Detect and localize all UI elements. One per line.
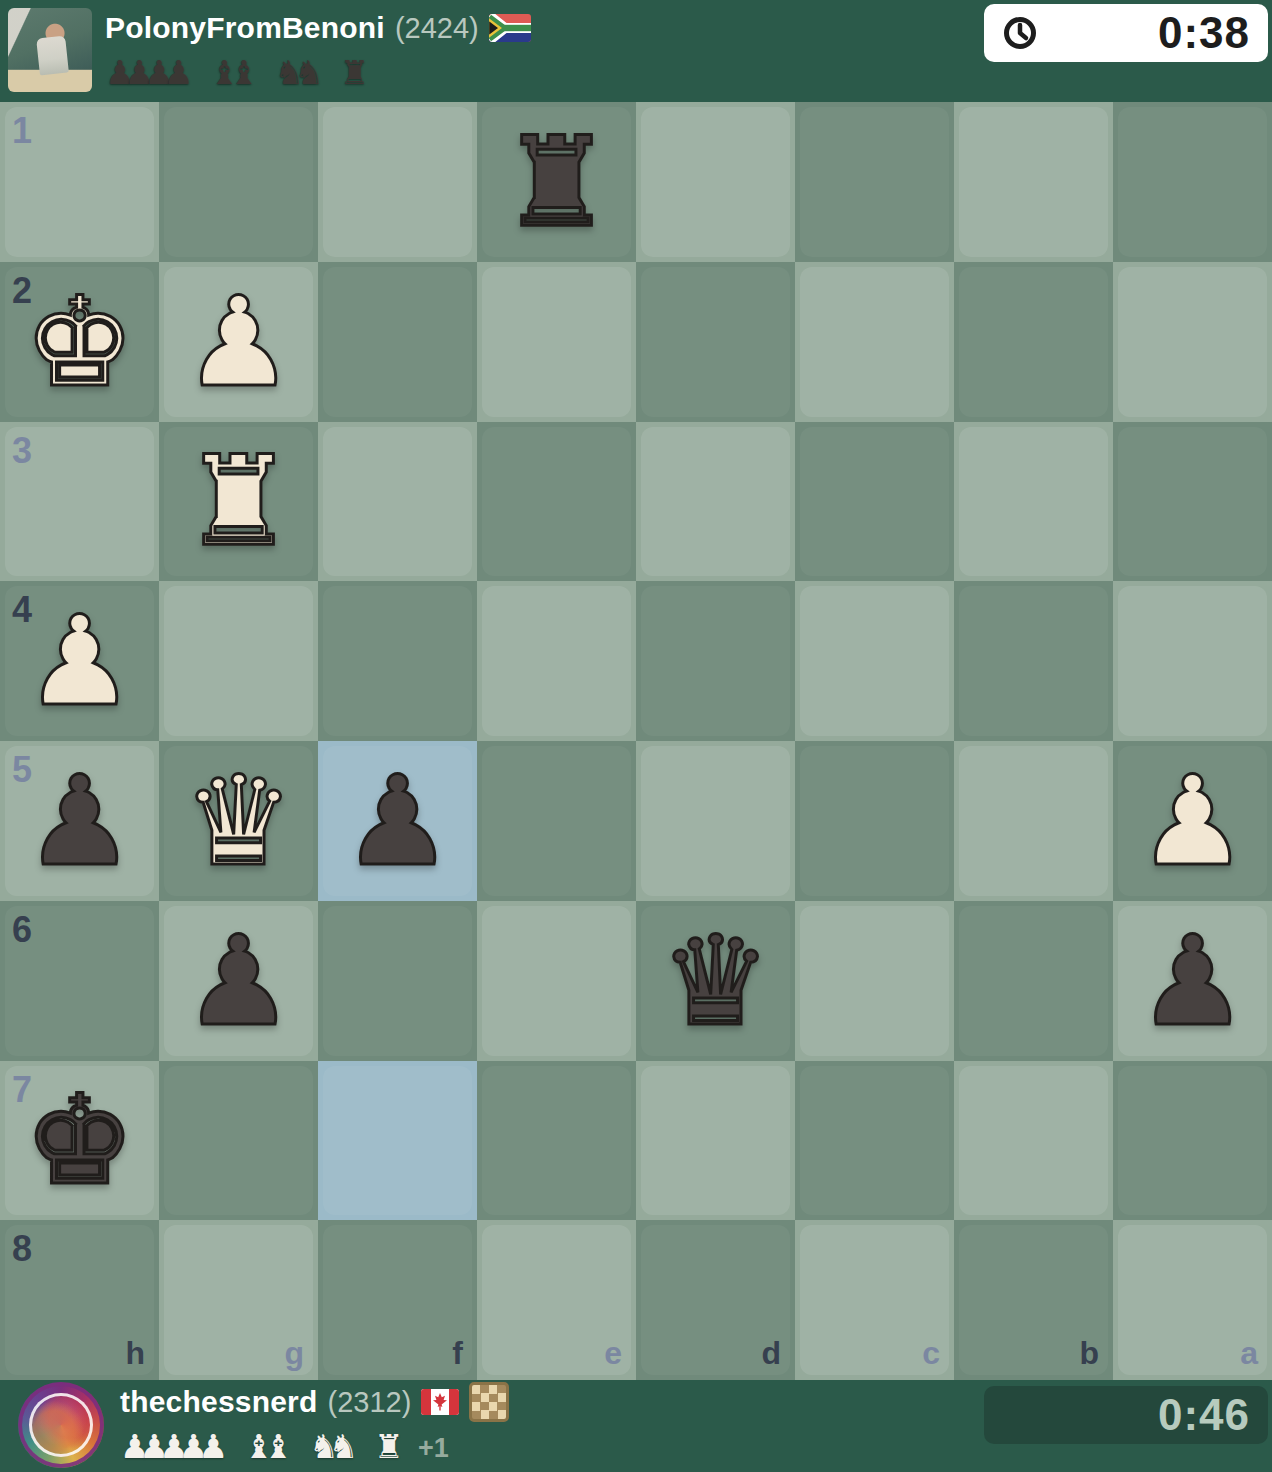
captured-pawn-icon: ♟	[198, 1430, 228, 1464]
bottom-player-clock: 0:46	[984, 1386, 1268, 1444]
captured-pawn-icon: ♟	[164, 56, 194, 90]
bottom-player-avatar[interactable]	[18, 1382, 104, 1468]
rank-label-3: 3	[12, 430, 32, 472]
file-label-e: e	[604, 1335, 622, 1372]
square-e5[interactable]	[477, 741, 636, 901]
square-a4[interactable]	[1113, 581, 1272, 741]
material-advantage: +1	[418, 1429, 449, 1464]
square-c1[interactable]	[795, 102, 954, 262]
rank-label-8: 8	[12, 1228, 32, 1270]
chessboard-badge-icon	[469, 1382, 509, 1422]
captured-rook-group: ♜	[340, 56, 370, 90]
square-a7[interactable]	[1113, 1061, 1272, 1221]
file-label-a: a	[1240, 1335, 1258, 1372]
square-b5[interactable]	[954, 741, 1113, 901]
square-a6[interactable]: ♟	[1113, 901, 1272, 1061]
bottom-player-name-row[interactable]: thechessnerd (2312)	[120, 1382, 509, 1422]
square-a8[interactable]: a	[1113, 1220, 1272, 1380]
square-c3[interactable]	[795, 422, 954, 582]
square-b2[interactable]	[954, 262, 1113, 422]
canada-flag-icon	[421, 1389, 459, 1415]
top-player-avatar[interactable]	[8, 8, 92, 92]
square-h8[interactable]: 8h	[0, 1220, 159, 1380]
clock-icon	[1002, 15, 1038, 51]
black-pawn-g6: ♟	[183, 919, 294, 1043]
square-d7[interactable]	[636, 1061, 795, 1221]
square-c6[interactable]	[795, 901, 954, 1061]
square-c8[interactable]: c	[795, 1220, 954, 1380]
rank-label-2: 2	[12, 270, 32, 312]
file-label-b: b	[1079, 1335, 1099, 1372]
square-c5[interactable]	[795, 741, 954, 901]
captured-knight-icon: ♞	[329, 1430, 359, 1464]
black-rook-e1: ♜	[501, 120, 612, 244]
white-pawn-g2: ♟	[183, 280, 294, 404]
top-player-clock: 0:38	[984, 4, 1268, 62]
rank-label-1: 1	[12, 110, 32, 152]
captured-knight-icon: ♞	[294, 56, 324, 90]
top-player-bar: PolonyFromBenoni (2424) ♟♟♟♟♝♝♞♞♜	[0, 0, 1272, 102]
captured-bishop-icon: ♝	[264, 1430, 294, 1464]
square-b8[interactable]: b	[954, 1220, 1113, 1380]
bottom-player-bar: thechessnerd (2312) ♟♟♟♟♟♝♝♞♞♜+1 0:46	[0, 1378, 1272, 1472]
square-h4[interactable]: 4♟	[0, 581, 159, 741]
square-e6[interactable]	[477, 901, 636, 1061]
square-h6[interactable]: 6	[0, 901, 159, 1061]
black-pawn-h5: ♟	[24, 759, 135, 883]
captured-bishop-group: ♝♝	[244, 1430, 293, 1464]
bottom-player-captured-pieces: ♟♟♟♟♟♝♝♞♞♜+1	[120, 1428, 509, 1464]
square-d1[interactable]	[636, 102, 795, 262]
square-f8[interactable]: f	[318, 1220, 477, 1380]
captured-knight-group: ♞♞	[309, 1430, 358, 1464]
captured-rook-group: ♜	[374, 1430, 404, 1464]
top-player-rating: (2424)	[395, 12, 479, 45]
square-f3[interactable]	[318, 422, 477, 582]
square-b6[interactable]	[954, 901, 1113, 1061]
file-label-f: f	[452, 1335, 463, 1372]
square-g8[interactable]: g	[159, 1220, 318, 1380]
square-h1[interactable]: 1	[0, 102, 159, 262]
square-d5[interactable]	[636, 741, 795, 901]
square-g4[interactable]	[159, 581, 318, 741]
square-g2[interactable]: ♟	[159, 262, 318, 422]
top-player-time: 0:38	[1158, 8, 1250, 58]
captured-rook-icon: ♜	[340, 56, 370, 90]
square-g5[interactable]: ♛	[159, 741, 318, 901]
captured-knight-group: ♞♞	[275, 56, 324, 90]
south-africa-flag-icon	[489, 14, 531, 42]
square-c2[interactable]	[795, 262, 954, 422]
square-b1[interactable]	[954, 102, 1113, 262]
captured-bishop-icon: ♝	[229, 56, 259, 90]
file-label-h: h	[125, 1335, 145, 1372]
square-d4[interactable]	[636, 581, 795, 741]
square-f2[interactable]	[318, 262, 477, 422]
white-pawn-h4: ♟	[24, 599, 135, 723]
square-d3[interactable]	[636, 422, 795, 582]
black-king-h7: ♚	[24, 1078, 135, 1202]
square-e2[interactable]	[477, 262, 636, 422]
square-h7[interactable]: 7♚	[0, 1061, 159, 1221]
square-d6[interactable]: ♛	[636, 901, 795, 1061]
white-rook-g3: ♜	[183, 439, 294, 563]
square-c4[interactable]	[795, 581, 954, 741]
square-d2[interactable]	[636, 262, 795, 422]
rank-label-7: 7	[12, 1069, 32, 1111]
square-e3[interactable]	[477, 422, 636, 582]
square-g1[interactable]	[159, 102, 318, 262]
square-a5[interactable]: ♟	[1113, 741, 1272, 901]
chess-board: 1♜2♚♟3♜4♟5♟♛♟♟6♟♛♟7♚8hgfedcba	[0, 102, 1272, 1380]
square-g3[interactable]: ♜	[159, 422, 318, 582]
square-b4[interactable]	[954, 581, 1113, 741]
captured-bishop-group: ♝♝	[209, 56, 258, 90]
white-king-h2: ♚	[24, 280, 135, 404]
white-pawn-a5: ♟	[1137, 759, 1248, 883]
captured-pawn-group: ♟♟♟♟	[105, 56, 193, 90]
square-e1[interactable]: ♜	[477, 102, 636, 262]
file-label-c: c	[922, 1335, 940, 1372]
black-pawn-f5: ♟	[342, 759, 453, 883]
file-label-g: g	[284, 1335, 304, 1372]
square-e8[interactable]: e	[477, 1220, 636, 1380]
bottom-player-time: 0:46	[1158, 1390, 1250, 1440]
top-player-name: PolonyFromBenoni	[105, 11, 385, 45]
square-h3[interactable]: 3	[0, 422, 159, 582]
top-player-captured-pieces: ♟♟♟♟♝♝♞♞♜	[105, 54, 531, 90]
square-g7[interactable]	[159, 1061, 318, 1221]
square-h2[interactable]: 2♚	[0, 262, 159, 422]
square-b7[interactable]	[954, 1061, 1113, 1221]
captured-rook-icon: ♜	[374, 1430, 404, 1464]
top-player-name-row[interactable]: PolonyFromBenoni (2424)	[105, 8, 531, 48]
bottom-player-name: thechessnerd	[120, 1385, 317, 1419]
bottom-player-rating: (2312)	[327, 1386, 411, 1419]
square-e4[interactable]	[477, 581, 636, 741]
square-f5[interactable]: ♟	[318, 741, 477, 901]
square-f4[interactable]	[318, 581, 477, 741]
square-e7[interactable]	[477, 1061, 636, 1221]
square-h5[interactable]: 5♟	[0, 741, 159, 901]
black-pawn-a6: ♟	[1137, 919, 1248, 1043]
square-a3[interactable]	[1113, 422, 1272, 582]
square-f6[interactable]	[318, 901, 477, 1061]
square-b3[interactable]	[954, 422, 1113, 582]
rank-label-6: 6	[12, 909, 32, 951]
white-queen-g5: ♛	[183, 759, 294, 883]
square-a1[interactable]	[1113, 102, 1272, 262]
square-c7[interactable]	[795, 1061, 954, 1221]
black-queen-d6: ♛	[660, 919, 771, 1043]
square-f1[interactable]	[318, 102, 477, 262]
square-g6[interactable]: ♟	[159, 901, 318, 1061]
square-f7[interactable]	[318, 1061, 477, 1221]
captured-pawn-group: ♟♟♟♟♟	[120, 1430, 228, 1464]
square-d8[interactable]: d	[636, 1220, 795, 1380]
file-label-d: d	[761, 1335, 781, 1372]
rank-label-5: 5	[12, 749, 32, 791]
square-a2[interactable]	[1113, 262, 1272, 422]
rank-label-4: 4	[12, 589, 32, 631]
